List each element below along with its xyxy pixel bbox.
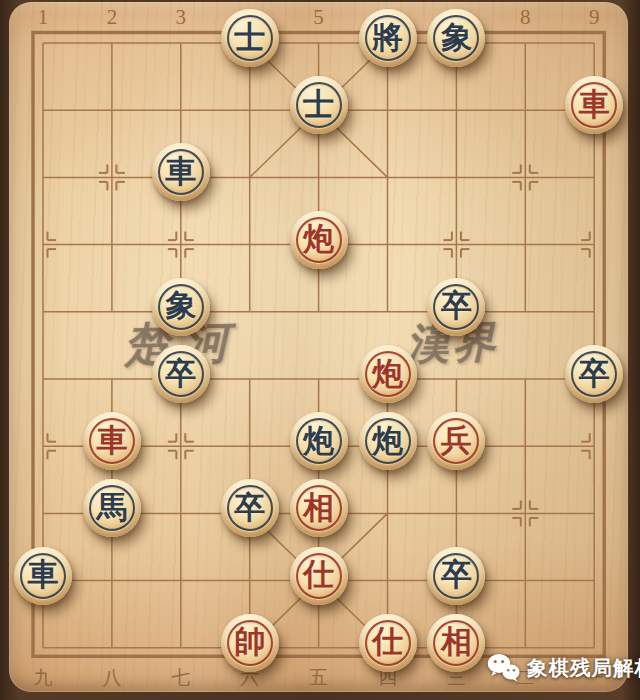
- piece-red-chariot[interactable]: 車: [565, 76, 623, 134]
- wechat-watermark-text: 象棋残局解析: [527, 654, 640, 682]
- piece-black-soldier[interactable]: 卒: [427, 278, 485, 336]
- black-advisor-glyph: 士: [234, 22, 265, 53]
- piece-black-elephant[interactable]: 象: [152, 278, 210, 336]
- black-advisor-glyph: 士: [303, 89, 334, 120]
- black-chariot-glyph: 車: [28, 559, 59, 590]
- piece-black-soldier[interactable]: 卒: [565, 345, 623, 403]
- black-soldier-glyph: 卒: [441, 290, 472, 321]
- black-chariot-glyph: 車: [165, 156, 196, 187]
- wechat-icon: [487, 653, 520, 682]
- black-elephant-glyph: 象: [441, 22, 472, 53]
- black-soldier-glyph: 卒: [579, 358, 610, 389]
- piece-red-advisor[interactable]: 仕: [359, 614, 417, 672]
- piece-black-advisor[interactable]: 士: [290, 76, 348, 134]
- piece-red-elephant[interactable]: 相: [290, 479, 348, 537]
- black-elephant-glyph: 象: [165, 290, 196, 321]
- red-elephant-glyph: 相: [303, 492, 334, 523]
- xiangqi-app: 123456789 九八七六五四三二一 楚河 漢界 士將象士車車炮象卒卒炮卒車炮…: [0, 0, 640, 700]
- piece-black-cannon[interactable]: 炮: [290, 412, 348, 470]
- red-advisor-glyph: 仕: [372, 626, 403, 657]
- piece-black-advisor[interactable]: 士: [221, 9, 279, 67]
- piece-red-advisor[interactable]: 仕: [290, 547, 348, 605]
- black-soldier-glyph: 卒: [441, 559, 472, 590]
- black-horse-glyph: 馬: [96, 492, 127, 523]
- red-advisor-glyph: 仕: [303, 559, 334, 590]
- black-cannon-glyph: 炮: [303, 425, 334, 456]
- piece-red-chariot[interactable]: 車: [83, 412, 141, 470]
- black-cannon-glyph: 炮: [372, 425, 403, 456]
- red-general-glyph: 帥: [234, 626, 265, 657]
- piece-black-general[interactable]: 將: [359, 9, 417, 67]
- piece-black-cannon[interactable]: 炮: [359, 412, 417, 470]
- black-general-glyph: 將: [372, 22, 403, 53]
- red-cannon-glyph: 炮: [372, 358, 403, 389]
- piece-red-cannon[interactable]: 炮: [359, 345, 417, 403]
- piece-black-soldier[interactable]: 卒: [221, 479, 279, 537]
- piece-black-soldier[interactable]: 卒: [152, 345, 210, 403]
- red-chariot-glyph: 車: [579, 89, 610, 120]
- red-chariot-glyph: 車: [96, 425, 127, 456]
- piece-black-soldier[interactable]: 卒: [427, 547, 485, 605]
- red-soldier-glyph: 兵: [441, 425, 472, 456]
- piece-black-elephant[interactable]: 象: [427, 9, 485, 67]
- red-cannon-glyph: 炮: [303, 223, 334, 254]
- piece-black-chariot[interactable]: 車: [14, 547, 72, 605]
- piece-red-cannon[interactable]: 炮: [290, 211, 348, 269]
- wechat-watermark: 象棋残局解析: [487, 653, 640, 682]
- black-soldier-glyph: 卒: [234, 492, 265, 523]
- piece-red-general[interactable]: 帥: [221, 614, 279, 672]
- piece-red-elephant[interactable]: 相: [427, 614, 485, 672]
- red-elephant-glyph: 相: [441, 626, 472, 657]
- piece-black-chariot[interactable]: 車: [152, 143, 210, 201]
- piece-black-horse[interactable]: 馬: [83, 479, 141, 537]
- black-soldier-glyph: 卒: [165, 358, 196, 389]
